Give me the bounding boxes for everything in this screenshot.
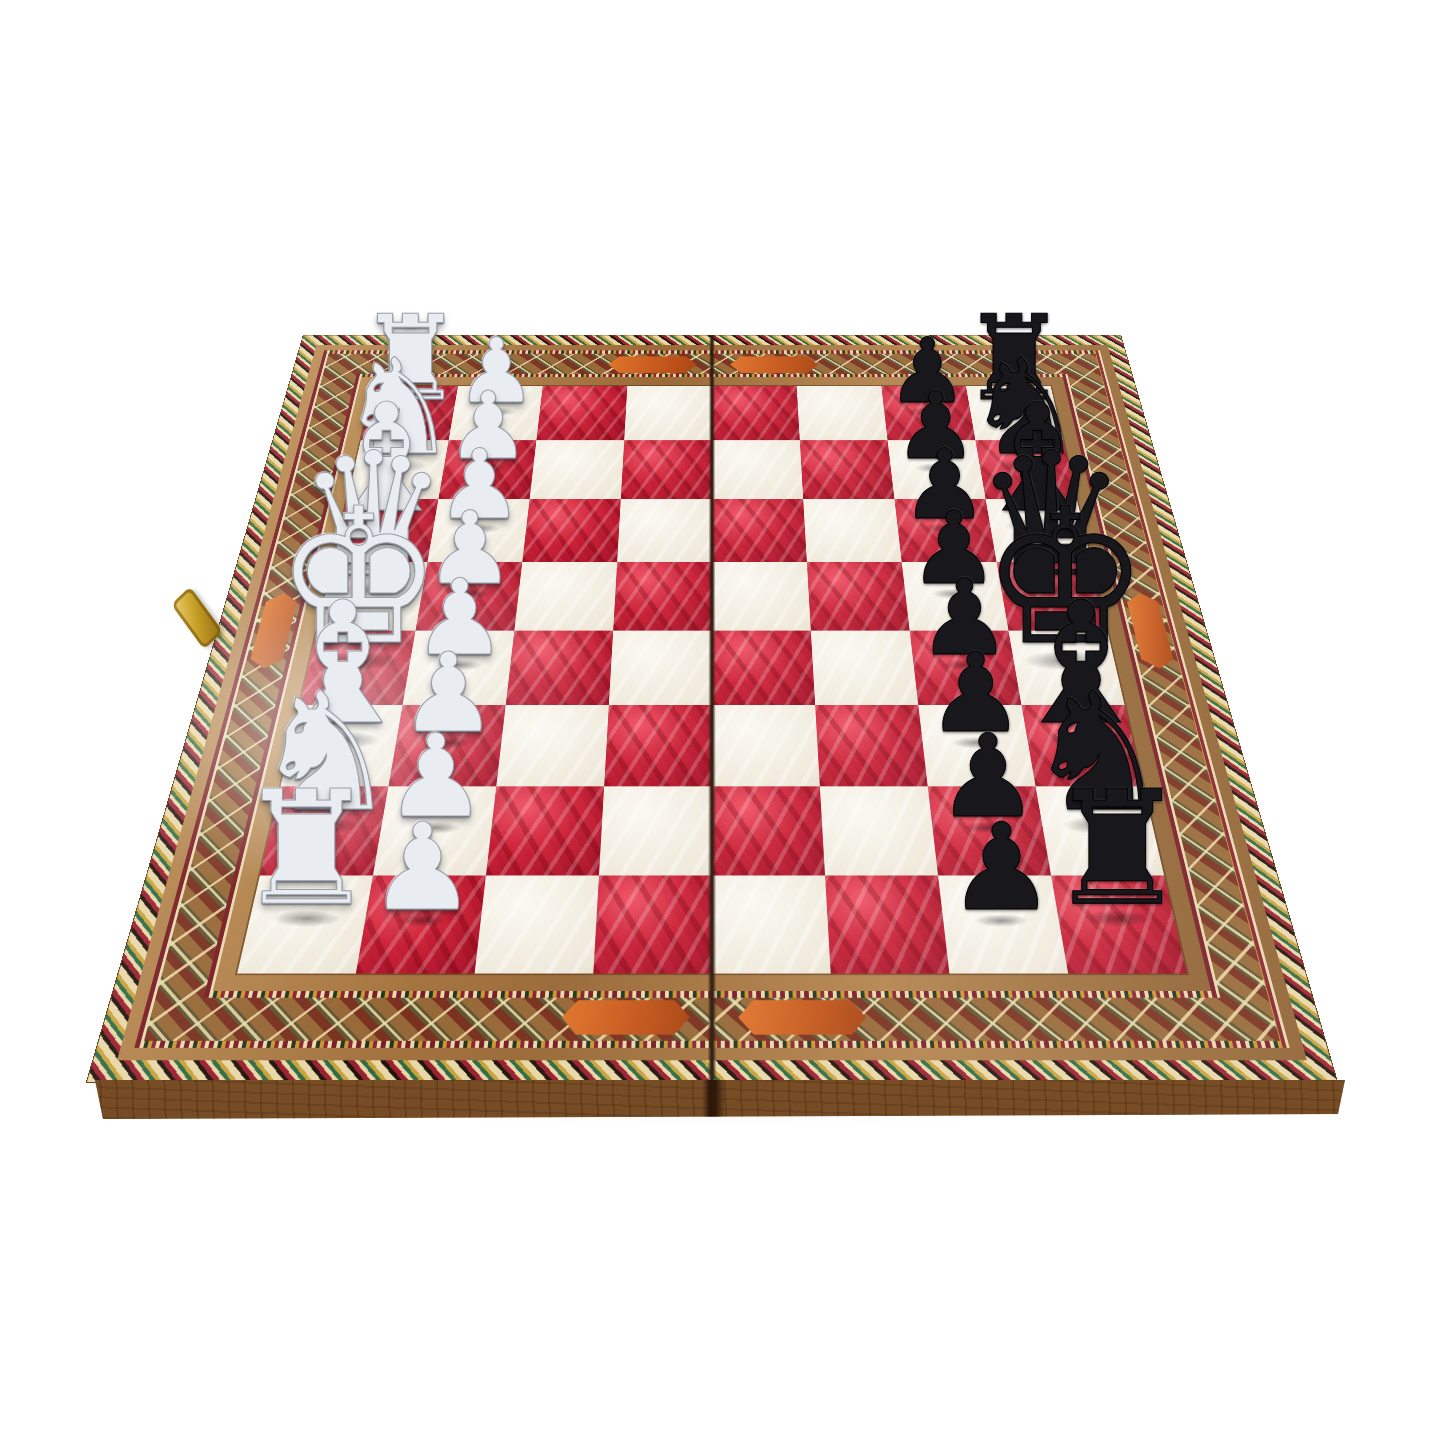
white-pawn-glyph: ♟	[369, 807, 477, 927]
white-rook-glyph: ♜	[236, 770, 377, 928]
piece-white-pawn-h2[interactable]: ♟	[369, 807, 477, 927]
piece-black-rook-h8[interactable]: ♜	[1047, 770, 1188, 928]
piece-white-rook-h1[interactable]: ♜	[236, 770, 377, 928]
pieces-layer: ♜♟♟♜♞♟♟♞♝♟♟♝♛♟♟♛♚♟♟♚♝♟♟♝♞♟♟♞♜♟♟♜	[0, 0, 1445, 1445]
black-rook-glyph: ♜	[1047, 770, 1188, 928]
scene: ♜♟♟♜♞♟♟♞♝♟♟♝♛♟♟♛♚♟♟♚♝♟♟♝♞♟♟♞♜♟♟♜	[0, 0, 1445, 1445]
black-pawn-glyph: ♟	[948, 807, 1056, 927]
piece-black-pawn-h7[interactable]: ♟	[948, 807, 1056, 927]
